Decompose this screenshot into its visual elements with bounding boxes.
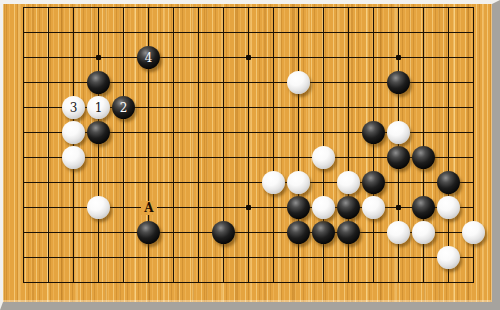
grid-vertical-line [373, 7, 374, 283]
stone-black[interactable] [387, 146, 410, 169]
grid-vertical-line [198, 7, 199, 283]
stone-white[interactable] [437, 246, 460, 269]
stone-black[interactable] [287, 196, 310, 219]
stone-white[interactable] [462, 221, 485, 244]
grid-horizontal-line [23, 257, 474, 258]
stone-black[interactable] [362, 171, 385, 194]
grid-vertical-line [248, 7, 249, 283]
grid-vertical-line [448, 7, 449, 283]
grid-vertical-line [98, 7, 99, 283]
stone-black[interactable] [212, 221, 235, 244]
star-point [246, 205, 251, 210]
stone-white[interactable] [62, 121, 85, 144]
stone-white[interactable] [262, 171, 285, 194]
stone-white[interactable] [437, 196, 460, 219]
stone-white[interactable] [387, 221, 410, 244]
stone-white[interactable] [362, 196, 385, 219]
point-label-a[interactable]: A [141, 201, 157, 215]
star-point [396, 55, 401, 60]
go-board-diagram: A4231 [0, 0, 500, 310]
stone-black[interactable] [337, 196, 360, 219]
stone-black[interactable] [87, 71, 110, 94]
star-point [246, 55, 251, 60]
grid-horizontal-line [23, 282, 474, 283]
grid-vertical-line [173, 7, 174, 283]
stone-white[interactable] [87, 196, 110, 219]
grid-vertical-line [23, 7, 24, 283]
stone-black[interactable] [287, 221, 310, 244]
stone-black[interactable] [362, 121, 385, 144]
stone-black[interactable] [387, 71, 410, 94]
stone-black[interactable] [437, 171, 460, 194]
stone-white-move-3[interactable]: 3 [62, 96, 85, 119]
go-board[interactable]: A4231 [3, 4, 492, 302]
grid-horizontal-line [23, 32, 474, 33]
grid-horizontal-line [23, 7, 474, 8]
stone-black[interactable] [87, 121, 110, 144]
star-point [96, 55, 101, 60]
stone-white-move-1[interactable]: 1 [87, 96, 110, 119]
stone-white[interactable] [312, 196, 335, 219]
stone-white[interactable] [287, 171, 310, 194]
stone-black-move-4[interactable]: 4 [137, 46, 160, 69]
grid-vertical-line [48, 7, 49, 283]
grid-vertical-line [73, 7, 74, 283]
stone-black-move-2[interactable]: 2 [112, 96, 135, 119]
stone-black[interactable] [312, 221, 335, 244]
stone-black[interactable] [412, 146, 435, 169]
star-point [396, 205, 401, 210]
stone-white[interactable] [287, 71, 310, 94]
stone-white[interactable] [62, 146, 85, 169]
stone-white[interactable] [412, 221, 435, 244]
stone-white[interactable] [312, 146, 335, 169]
stone-white[interactable] [337, 171, 360, 194]
stone-black[interactable] [337, 221, 360, 244]
stone-black[interactable] [412, 196, 435, 219]
grid-vertical-line [123, 7, 124, 283]
stone-white[interactable] [387, 121, 410, 144]
grid-vertical-line [273, 7, 274, 283]
stone-black[interactable] [137, 221, 160, 244]
grid-horizontal-line [23, 182, 474, 183]
